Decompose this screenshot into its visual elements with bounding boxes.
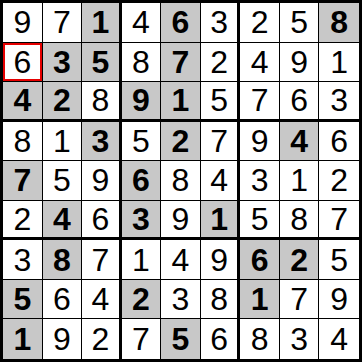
cell-r2c7[interactable]: 4 xyxy=(240,43,280,83)
cell-r6c9[interactable]: 7 xyxy=(319,201,359,241)
cell-r4c1[interactable]: 8 xyxy=(3,122,43,162)
cell-r7c9[interactable]: 5 xyxy=(319,240,359,280)
cell-r9c7[interactable]: 8 xyxy=(240,319,280,359)
cell-r3c5[interactable]: 1 xyxy=(161,82,201,122)
cell-r5c5[interactable]: 8 xyxy=(161,161,201,201)
cell-r5c3[interactable]: 9 xyxy=(82,161,122,201)
cell-r7c1[interactable]: 3 xyxy=(3,240,43,280)
cell-r9c2[interactable]: 9 xyxy=(43,319,83,359)
cell-r6c5[interactable]: 9 xyxy=(161,201,201,241)
cell-r8c1[interactable]: 5 xyxy=(3,280,43,320)
cell-r5c1[interactable]: 7 xyxy=(3,161,43,201)
cell-r1c4[interactable]: 4 xyxy=(122,3,162,43)
cell-r4c4[interactable]: 5 xyxy=(122,122,162,162)
cell-r4c9[interactable]: 6 xyxy=(319,122,359,162)
cell-r5c4[interactable]: 6 xyxy=(122,161,162,201)
cell-r1c2[interactable]: 7 xyxy=(43,3,83,43)
cell-r9c3[interactable]: 2 xyxy=(82,319,122,359)
cell-r2c3[interactable]: 5 xyxy=(82,43,122,83)
cell-r7c4[interactable]: 1 xyxy=(122,240,162,280)
cell-r4c5[interactable]: 2 xyxy=(161,122,201,162)
cell-r6c1[interactable]: 2 xyxy=(3,201,43,241)
cell-r7c3[interactable]: 7 xyxy=(82,240,122,280)
cell-r9c8[interactable]: 3 xyxy=(280,319,320,359)
cell-r6c7[interactable]: 5 xyxy=(240,201,280,241)
cell-r4c3[interactable]: 3 xyxy=(82,122,122,162)
cell-r6c8[interactable]: 8 xyxy=(280,201,320,241)
cell-r8c2[interactable]: 6 xyxy=(43,280,83,320)
sudoku-board: 9714632586358724914289157638135279467596… xyxy=(0,0,362,362)
cell-r4c6[interactable]: 7 xyxy=(201,122,241,162)
cell-r6c2[interactable]: 4 xyxy=(43,201,83,241)
cell-r6c6[interactable]: 1 xyxy=(201,201,241,241)
cell-r4c8[interactable]: 4 xyxy=(280,122,320,162)
cell-r9c5[interactable]: 5 xyxy=(161,319,201,359)
cell-r1c8[interactable]: 5 xyxy=(280,3,320,43)
cell-r7c6[interactable]: 9 xyxy=(201,240,241,280)
cell-r8c4[interactable]: 2 xyxy=(122,280,162,320)
cell-r2c1[interactable]: 6 xyxy=(3,43,43,83)
cell-r1c6[interactable]: 3 xyxy=(201,3,241,43)
cell-r3c2[interactable]: 2 xyxy=(43,82,83,122)
cell-r2c8[interactable]: 9 xyxy=(280,43,320,83)
cell-r5c9[interactable]: 2 xyxy=(319,161,359,201)
cell-r3c3[interactable]: 8 xyxy=(82,82,122,122)
cell-r8c9[interactable]: 9 xyxy=(319,280,359,320)
cell-r8c7[interactable]: 1 xyxy=(240,280,280,320)
cell-r1c7[interactable]: 2 xyxy=(240,3,280,43)
cell-r3c7[interactable]: 7 xyxy=(240,82,280,122)
cell-r6c4[interactable]: 3 xyxy=(122,201,162,241)
cell-r1c1[interactable]: 9 xyxy=(3,3,43,43)
cell-r4c7[interactable]: 9 xyxy=(240,122,280,162)
cell-r5c6[interactable]: 4 xyxy=(201,161,241,201)
cell-r9c1[interactable]: 1 xyxy=(3,319,43,359)
cell-r9c9[interactable]: 4 xyxy=(319,319,359,359)
cell-r7c7[interactable]: 6 xyxy=(240,240,280,280)
cell-r3c8[interactable]: 6 xyxy=(280,82,320,122)
cell-r5c7[interactable]: 3 xyxy=(240,161,280,201)
cell-r8c6[interactable]: 8 xyxy=(201,280,241,320)
cell-r2c6[interactable]: 2 xyxy=(201,43,241,83)
cell-r4c2[interactable]: 1 xyxy=(43,122,83,162)
cell-r9c4[interactable]: 7 xyxy=(122,319,162,359)
cell-r2c5[interactable]: 7 xyxy=(161,43,201,83)
cell-r2c2[interactable]: 3 xyxy=(43,43,83,83)
cell-r5c2[interactable]: 5 xyxy=(43,161,83,201)
cell-r7c5[interactable]: 4 xyxy=(161,240,201,280)
cell-r7c2[interactable]: 8 xyxy=(43,240,83,280)
cell-r2c9[interactable]: 1 xyxy=(319,43,359,83)
cell-r3c1[interactable]: 4 xyxy=(3,82,43,122)
cell-r8c8[interactable]: 7 xyxy=(280,280,320,320)
cell-r8c5[interactable]: 3 xyxy=(161,280,201,320)
cell-r3c4[interactable]: 9 xyxy=(122,82,162,122)
cell-r2c4[interactable]: 8 xyxy=(122,43,162,83)
cell-r1c9[interactable]: 8 xyxy=(319,3,359,43)
cell-r5c8[interactable]: 1 xyxy=(280,161,320,201)
cell-r3c6[interactable]: 5 xyxy=(201,82,241,122)
cell-r7c8[interactable]: 2 xyxy=(280,240,320,280)
cell-r1c5[interactable]: 6 xyxy=(161,3,201,43)
cell-r3c9[interactable]: 3 xyxy=(319,82,359,122)
cell-r6c3[interactable]: 6 xyxy=(82,201,122,241)
cell-r8c3[interactable]: 4 xyxy=(82,280,122,320)
cell-r9c6[interactable]: 6 xyxy=(201,319,241,359)
cell-r1c3[interactable]: 1 xyxy=(82,3,122,43)
